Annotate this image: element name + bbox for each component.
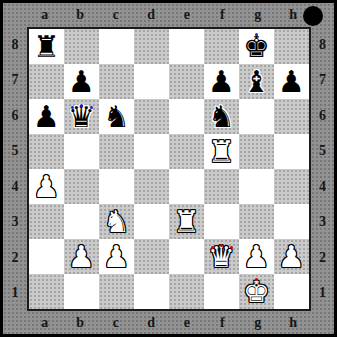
piece-white-pawn[interactable]: ♟ — [99, 239, 134, 274]
rank-label-6: 6 — [3, 98, 27, 134]
square-d7[interactable] — [134, 64, 169, 99]
square-h4[interactable] — [274, 169, 309, 204]
piece-white-pawn[interactable]: ♟ — [239, 239, 274, 274]
piece-black-knight[interactable]: ♞ — [99, 99, 134, 134]
piece-black-pawn[interactable]: ♟ — [274, 64, 309, 99]
file-label-d: d — [134, 3, 170, 27]
file-label-g: g — [240, 3, 276, 27]
file-label-c: c — [98, 3, 134, 27]
piece-white-rook[interactable]: ♜ — [169, 204, 204, 239]
chessboard-diagram: abcdefgh abcdefgh 87654321 87654321 ♜♚♟♟… — [0, 0, 337, 337]
rank-labels-left: 87654321 — [3, 27, 27, 311]
file-label-f: f — [205, 311, 241, 334]
square-e4[interactable] — [169, 169, 204, 204]
square-c6[interactable]: ♞ — [99, 99, 134, 134]
square-h1[interactable] — [274, 274, 309, 309]
square-h8[interactable] — [274, 29, 309, 64]
piece-black-pawn[interactable]: ♟ — [64, 64, 99, 99]
rank-label-8: 8 — [3, 27, 27, 63]
piece-white-pawn[interactable]: ♟ — [274, 239, 309, 274]
square-d8[interactable] — [134, 29, 169, 64]
piece-black-king[interactable]: ♚ — [239, 29, 274, 64]
square-d4[interactable] — [134, 169, 169, 204]
rank-label-4: 4 — [311, 169, 334, 205]
white-jewel-icon — [255, 278, 258, 281]
piece-black-pawn[interactable]: ♟ — [29, 99, 64, 134]
square-c5[interactable] — [99, 134, 134, 169]
rank-label-1: 1 — [3, 276, 27, 312]
square-b7[interactable]: ♟ — [64, 64, 99, 99]
square-a8[interactable]: ♜ — [29, 29, 64, 64]
square-f4[interactable] — [204, 169, 239, 204]
square-e7[interactable] — [169, 64, 204, 99]
white-jewel-icon — [220, 244, 223, 247]
square-e5[interactable] — [169, 134, 204, 169]
square-a3[interactable] — [29, 204, 64, 239]
rank-label-8: 8 — [311, 27, 334, 63]
square-f1[interactable] — [204, 274, 239, 309]
square-a2[interactable] — [29, 239, 64, 274]
piece-white-rook[interactable]: ♜ — [204, 134, 239, 169]
square-g6[interactable] — [239, 99, 274, 134]
piece-black-rook[interactable]: ♜ — [29, 29, 64, 64]
piece-white-knight[interactable]: ♞ — [99, 204, 134, 239]
file-labels-bottom: abcdefgh — [27, 311, 311, 334]
white-jewel-icon — [211, 246, 214, 249]
square-f8[interactable] — [204, 29, 239, 64]
square-e2[interactable] — [169, 239, 204, 274]
square-c1[interactable] — [99, 274, 134, 309]
file-label-b: b — [63, 311, 99, 334]
rank-label-6: 6 — [311, 98, 334, 134]
chess-board: ♜♚♟♟♝♟♟♛♞♞♜♟♞♜♟♟♛♟♟♚ — [27, 27, 311, 311]
square-b4[interactable] — [64, 169, 99, 204]
piece-white-pawn[interactable]: ♟ — [29, 169, 64, 204]
square-h2[interactable]: ♟ — [274, 239, 309, 274]
rank-label-3: 3 — [3, 205, 27, 241]
piece-black-knight[interactable]: ♞ — [204, 99, 239, 134]
piece-black-bishop[interactable]: ♝ — [239, 64, 274, 99]
square-c4[interactable] — [99, 169, 134, 204]
square-g5[interactable] — [239, 134, 274, 169]
piece-black-queen[interactable]: ♛ — [64, 99, 99, 134]
square-b6[interactable]: ♛ — [64, 99, 99, 134]
square-d1[interactable] — [134, 274, 169, 309]
square-g1[interactable]: ♚ — [239, 274, 274, 309]
square-g8[interactable]: ♚ — [239, 29, 274, 64]
file-label-h: h — [276, 311, 312, 334]
rank-label-5: 5 — [3, 134, 27, 170]
square-g4[interactable] — [239, 169, 274, 204]
rank-label-3: 3 — [311, 205, 334, 241]
square-e6[interactable] — [169, 99, 204, 134]
file-label-f: f — [205, 3, 241, 27]
piece-white-queen[interactable]: ♛ — [204, 239, 239, 274]
black-jewel-icon — [255, 33, 258, 36]
piece-white-pawn[interactable]: ♟ — [64, 239, 99, 274]
square-c7[interactable] — [99, 64, 134, 99]
file-label-h: h — [276, 3, 312, 27]
file-label-e: e — [169, 3, 205, 27]
square-f7[interactable]: ♟ — [204, 64, 239, 99]
file-label-c: c — [98, 311, 134, 334]
file-label-e: e — [169, 311, 205, 334]
square-e1[interactable] — [169, 274, 204, 309]
file-label-a: a — [27, 3, 63, 27]
square-h3[interactable] — [274, 204, 309, 239]
square-g2[interactable]: ♟ — [239, 239, 274, 274]
square-f3[interactable] — [204, 204, 239, 239]
square-d5[interactable] — [134, 134, 169, 169]
square-h7[interactable]: ♟ — [274, 64, 309, 99]
square-e8[interactable] — [169, 29, 204, 64]
square-b5[interactable] — [64, 134, 99, 169]
square-a4[interactable]: ♟ — [29, 169, 64, 204]
square-g3[interactable] — [239, 204, 274, 239]
square-c2[interactable]: ♟ — [99, 239, 134, 274]
square-c8[interactable] — [99, 29, 134, 64]
square-e3[interactable]: ♜ — [169, 204, 204, 239]
square-h5[interactable] — [274, 134, 309, 169]
square-d3[interactable] — [134, 204, 169, 239]
file-label-b: b — [63, 3, 99, 27]
rank-label-7: 7 — [311, 63, 334, 99]
square-c3[interactable]: ♞ — [99, 204, 134, 239]
square-a1[interactable] — [29, 274, 64, 309]
piece-white-king[interactable]: ♚ — [239, 274, 274, 309]
rank-labels-right: 87654321 — [311, 27, 334, 311]
square-a5[interactable] — [29, 134, 64, 169]
square-b8[interactable] — [64, 29, 99, 64]
white-jewel-icon — [230, 246, 233, 249]
rank-label-5: 5 — [311, 134, 334, 170]
square-a7[interactable] — [29, 64, 64, 99]
file-label-d: d — [134, 311, 170, 334]
square-a6[interactable]: ♟ — [29, 99, 64, 134]
piece-black-pawn[interactable]: ♟ — [204, 64, 239, 99]
rank-label-7: 7 — [3, 63, 27, 99]
black-jewel-icon — [90, 106, 93, 109]
square-d2[interactable] — [134, 239, 169, 274]
square-b3[interactable] — [64, 204, 99, 239]
square-f5[interactable]: ♜ — [204, 134, 239, 169]
square-f2[interactable]: ♛ — [204, 239, 239, 274]
square-b1[interactable] — [64, 274, 99, 309]
square-b2[interactable]: ♟ — [64, 239, 99, 274]
square-h6[interactable] — [274, 99, 309, 134]
rank-label-4: 4 — [3, 169, 27, 205]
black-jewel-icon — [71, 106, 74, 109]
square-d6[interactable] — [134, 99, 169, 134]
file-labels-top: abcdefgh — [27, 3, 311, 27]
file-label-a: a — [27, 311, 63, 334]
rank-label-1: 1 — [311, 276, 334, 312]
square-g7[interactable]: ♝ — [239, 64, 274, 99]
black-jewel-icon — [80, 104, 83, 107]
file-label-g: g — [240, 311, 276, 334]
square-f6[interactable]: ♞ — [204, 99, 239, 134]
rank-label-2: 2 — [311, 240, 334, 276]
rank-label-2: 2 — [3, 240, 27, 276]
